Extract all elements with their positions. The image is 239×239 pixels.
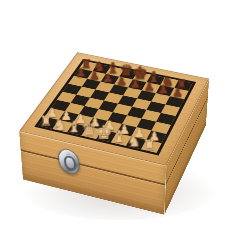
piece-black-pawn[interactable]: ♟ [172,86,183,98]
piece-white-rook[interactable]: ♜ [143,138,156,152]
latch-pin-icon [66,151,70,155]
latch-clasp[interactable] [57,147,81,175]
piece-black-pawn[interactable]: ♟ [144,80,155,92]
piece-white-rook[interactable]: ♜ [39,114,51,127]
piece-white-king[interactable]: ♚ [95,123,112,142]
piece-black-pawn[interactable]: ♟ [130,78,141,90]
piece-black-pawn[interactable]: ♟ [75,66,85,78]
piece-black-pawn[interactable]: ♟ [102,72,112,84]
piece-white-bishop[interactable]: ♝ [111,129,125,145]
piece-black-pawn[interactable]: ♟ [116,75,126,87]
piece-white-knight[interactable]: ♞ [53,117,66,132]
piece-white-queen[interactable]: ♛ [81,121,96,138]
product-photo-canvas: ♜♞♝♛♚♝♞♜♟♟♟♟♟♟♟♟♟♟♟♟♟♟♟♟♜♞♝♛♚♝♞♜ [0,0,239,239]
chess-box: ♜♞♝♛♚♝♞♜♟♟♟♟♟♟♟♟♟♟♟♟♟♟♟♟♜♞♝♛♚♝♞♜ [19,52,209,165]
piece-black-pawn[interactable]: ♟ [89,69,99,81]
scene: ♜♞♝♛♚♝♞♜♟♟♟♟♟♟♟♟♟♟♟♟♟♟♟♟♜♞♝♛♚♝♞♜ [0,0,239,239]
piece-white-bishop[interactable]: ♝ [67,119,81,135]
piece-black-pawn[interactable]: ♟ [158,83,169,95]
piece-white-knight[interactable]: ♞ [127,133,140,148]
